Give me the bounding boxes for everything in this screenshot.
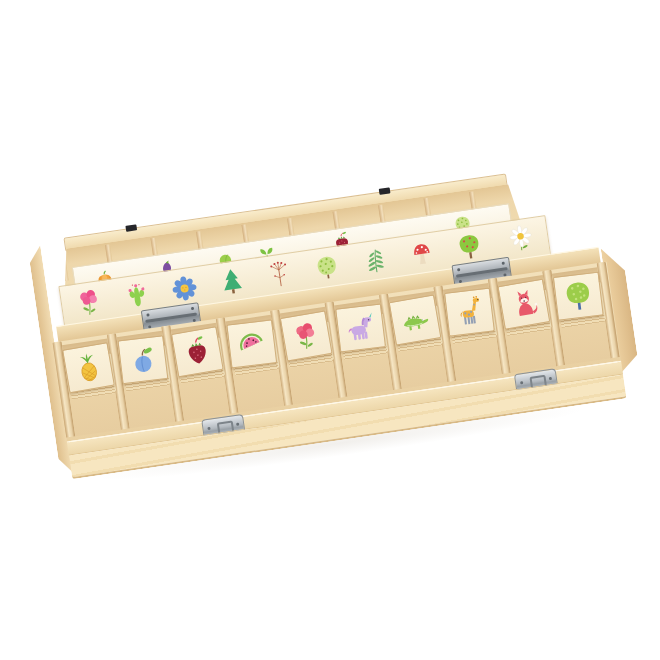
blue-flower-icon [167, 271, 202, 306]
lid-hook-left-icon [125, 224, 137, 232]
plum-icon [124, 341, 162, 379]
cactus-icon [119, 278, 154, 313]
tile-pineapple [62, 342, 115, 393]
watermelon-icon [233, 325, 271, 363]
dill-icon [262, 257, 297, 292]
apple-tree-icon [452, 229, 487, 264]
tile-plum [117, 335, 168, 384]
fox-icon [504, 285, 543, 324]
flower-icon [287, 316, 326, 355]
tile-tree [553, 272, 604, 321]
lid-slot-divider [515, 185, 524, 215]
mushroom-icon [404, 236, 439, 271]
lid-hook-right-icon [379, 187, 391, 195]
strawberry-icon [178, 332, 217, 371]
fern-icon [357, 243, 392, 278]
wooden-sorting-box [38, 161, 626, 477]
dotted-bush-icon [309, 250, 344, 285]
giraffe-icon [451, 293, 489, 331]
pink-flower-icon [72, 285, 107, 320]
tile-watermelon [226, 319, 277, 368]
tile-giraffe [444, 288, 495, 337]
daisy-icon [503, 222, 538, 257]
tree-icon [559, 277, 597, 315]
lid-slot-divider [59, 251, 68, 281]
tile-fox [497, 279, 550, 330]
pineapple-icon [69, 348, 108, 387]
tile-unicorn [335, 303, 386, 352]
unicorn-icon [342, 309, 380, 347]
product-photo [0, 0, 660, 660]
tile-strawberry [171, 326, 224, 377]
tile-flower [280, 310, 333, 361]
pine-tree-icon [214, 264, 249, 299]
crocodile-icon [395, 300, 434, 339]
tile-crocodile [389, 294, 442, 345]
